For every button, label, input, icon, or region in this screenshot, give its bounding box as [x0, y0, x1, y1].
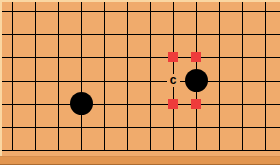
board-intersection: [231, 138, 254, 161]
board-intersection: [116, 46, 139, 69]
board-edge-bottom-line: [0, 164, 280, 165]
board-intersection: [208, 92, 231, 115]
board-intersection: [1, 69, 24, 92]
board-intersection: [208, 138, 231, 161]
red-square-marker: [191, 99, 201, 109]
board-intersection: [139, 92, 162, 115]
board-intersection: [116, 138, 139, 161]
board-intersection: [70, 0, 93, 23]
board-intersection: [208, 0, 231, 23]
board-intersection: [231, 0, 254, 23]
board-intersection: [139, 69, 162, 92]
board-intersection: [208, 69, 231, 92]
board-intersection: [185, 46, 208, 69]
board-intersection: [162, 115, 185, 138]
board-intersection: [185, 23, 208, 46]
board-intersection: [93, 46, 116, 69]
board-intersection: [93, 69, 116, 92]
red-square-marker: [191, 52, 201, 62]
board-intersection: [24, 46, 47, 69]
board-intersection: [208, 115, 231, 138]
board-intersection: [24, 115, 47, 138]
board-intersection: [24, 23, 47, 46]
board-intersection: [208, 23, 231, 46]
board-intersection: [185, 138, 208, 161]
board-intersection: [231, 46, 254, 69]
board-intersection: [208, 46, 231, 69]
board-intersection: [231, 23, 254, 46]
board-intersection: [70, 92, 93, 115]
board-intersection: [185, 69, 208, 92]
board-intersection: [93, 0, 116, 23]
board-intersection: [254, 115, 277, 138]
board-intersection: [139, 138, 162, 161]
board-intersection: [254, 0, 277, 23]
board-intersection: [254, 46, 277, 69]
black-stone: [70, 92, 93, 115]
board-intersection: [24, 0, 47, 23]
board-intersection: [24, 69, 47, 92]
board-intersection: [116, 69, 139, 92]
board-intersection: [47, 138, 70, 161]
board-intersection: [116, 0, 139, 23]
go-board-diagram: c: [0, 0, 280, 165]
board-intersection: [47, 0, 70, 23]
board-intersection: [70, 115, 93, 138]
board-intersection: [1, 0, 24, 23]
board-intersection: [70, 69, 93, 92]
board-intersection: [116, 23, 139, 46]
board-intersection: [162, 0, 185, 23]
board-intersection: [231, 69, 254, 92]
board-intersection: [231, 115, 254, 138]
board-intersection: [185, 115, 208, 138]
board-intersection: [1, 46, 24, 69]
board-intersection: [139, 115, 162, 138]
point-label-c: c: [167, 74, 180, 87]
board-intersection: [254, 69, 277, 92]
board-intersection: [254, 23, 277, 46]
red-square-marker: [168, 52, 178, 62]
board-intersection: [70, 46, 93, 69]
board-intersection: [139, 46, 162, 69]
board-intersection: [162, 138, 185, 161]
board-intersection: [1, 115, 24, 138]
board-intersection: [116, 115, 139, 138]
black-stone: [185, 69, 208, 92]
board-intersection: [93, 92, 116, 115]
board-intersection: [254, 92, 277, 115]
board-intersection: [185, 92, 208, 115]
board-intersection: c: [162, 69, 185, 92]
board-intersection: [162, 92, 185, 115]
go-board-grid: c: [1, 0, 277, 162]
board-intersection: [93, 23, 116, 46]
board-intersection: [1, 138, 24, 161]
board-intersection: [70, 138, 93, 161]
board-intersection: [1, 23, 24, 46]
board-intersection: [254, 138, 277, 161]
board-intersection: [24, 138, 47, 161]
board-intersection: [162, 23, 185, 46]
board-intersection: [70, 23, 93, 46]
board-intersection: [116, 92, 139, 115]
red-square-marker: [168, 99, 178, 109]
board-intersection: [139, 0, 162, 23]
board-intersection: [47, 115, 70, 138]
board-intersection: [47, 92, 70, 115]
board-intersection: [93, 138, 116, 161]
board-intersection: [139, 23, 162, 46]
board-intersection: [47, 23, 70, 46]
board-intersection: [93, 115, 116, 138]
board-intersection: [185, 0, 208, 23]
board-intersection: [231, 92, 254, 115]
board-intersection: [47, 46, 70, 69]
board-intersection: [24, 92, 47, 115]
board-intersection: [1, 92, 24, 115]
board-intersection: [47, 69, 70, 92]
board-intersection: [162, 46, 185, 69]
